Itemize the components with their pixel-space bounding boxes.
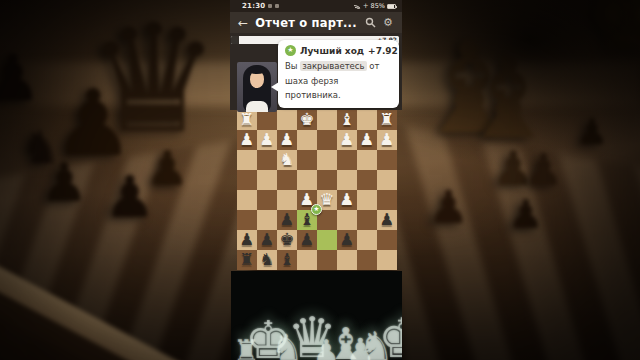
- white-pawn: ♟: [360, 132, 375, 149]
- white-queen: ♛: [320, 192, 335, 209]
- square-h4[interactable]: [237, 170, 257, 190]
- square-h1[interactable]: ♜: [237, 110, 257, 130]
- avatar-shirt: [246, 101, 268, 112]
- notification-icon: [275, 4, 279, 8]
- search-icon[interactable]: [364, 17, 376, 29]
- square-f4[interactable]: [277, 170, 297, 190]
- square-g8[interactable]: ♞: [257, 250, 277, 270]
- square-g3[interactable]: [257, 150, 277, 170]
- square-c4[interactable]: [337, 170, 357, 190]
- square-a1[interactable]: ♜: [377, 110, 397, 130]
- tooltip-text: Вы закрываетесь от шаха ферзя противника…: [285, 59, 392, 103]
- tooltip-text-pre: Вы: [285, 61, 298, 71]
- square-f3[interactable]: ♞: [277, 150, 297, 170]
- square-b4[interactable]: [357, 170, 377, 190]
- page-title: Отчет о парт...: [254, 16, 358, 30]
- square-b5[interactable]: [357, 190, 377, 210]
- square-h2[interactable]: ♟: [237, 130, 257, 150]
- silhouette-pawn-icon: ♟: [428, 184, 469, 230]
- square-b1[interactable]: [357, 110, 377, 130]
- square-g6[interactable]: [257, 210, 277, 230]
- tooltip-text-line3: противника.: [285, 90, 341, 100]
- silhouette-pawn-icon: ♟: [146, 144, 189, 192]
- square-d1[interactable]: [317, 110, 337, 130]
- square-b6[interactable]: [357, 210, 377, 230]
- black-bishop: ♝: [300, 212, 315, 229]
- square-c3[interactable]: [337, 150, 357, 170]
- black-pawn: ♟: [260, 232, 275, 249]
- wifi-icon: [354, 3, 361, 9]
- square-d4[interactable]: [317, 170, 337, 190]
- black-pawn: ♟: [340, 232, 355, 249]
- silhouette-bishop-icon: ♝: [458, 42, 558, 154]
- best-move-star-icon: ★: [285, 45, 296, 56]
- square-h5[interactable]: [237, 190, 257, 210]
- square-e7[interactable]: ♟: [297, 230, 317, 250]
- silhouette-knight-icon: ♞: [20, 124, 61, 170]
- square-g5[interactable]: [257, 190, 277, 210]
- black-king: ♚: [280, 232, 295, 249]
- back-button[interactable]: ←: [238, 17, 248, 29]
- square-h3[interactable]: [237, 150, 257, 170]
- square-d3[interactable]: [317, 150, 337, 170]
- settings-gear-icon[interactable]: ⚙: [382, 17, 394, 29]
- black-pawn: ♟: [280, 212, 295, 229]
- white-pawn: ♟: [380, 132, 395, 149]
- battery-percent-text: 85%: [371, 2, 385, 10]
- white-pawn: ♟: [340, 132, 355, 149]
- silhouette-queen-icon: ♛: [86, 4, 220, 154]
- square-d7[interactable]: [317, 230, 337, 250]
- square-a7[interactable]: [377, 230, 397, 250]
- square-h8[interactable]: ♜: [237, 250, 257, 270]
- best-move-eval: +7.92: [368, 46, 398, 56]
- white-pawn: ♟: [240, 132, 255, 149]
- phone-screenshot: 21:30 + 85% ← Отчет о парт... ⚙ +7.92: [230, 0, 402, 360]
- square-d2[interactable]: [317, 130, 337, 150]
- white-king: ♚: [300, 112, 315, 129]
- black-pawn: ♟: [380, 212, 395, 229]
- silhouette-pawn-icon: ♟: [492, 144, 535, 192]
- video-preview[interactable]: ♜♚♞♛♟♝♟♞♚: [231, 271, 402, 360]
- square-b7[interactable]: [357, 230, 377, 250]
- silhouette-pawn-icon: ♟: [104, 168, 156, 226]
- square-f2[interactable]: ♟: [277, 130, 297, 150]
- tooltip-tail: [271, 82, 279, 92]
- square-b8[interactable]: [357, 250, 377, 270]
- chess-board: ♜♚♝♜♟♟♟♟♟♟♞♟♛♟♟♝♟♟♟♚♟♟♜♞♝★: [237, 110, 397, 270]
- tooltip-text-line2: шаха ферзя: [285, 76, 338, 86]
- square-a3[interactable]: [377, 150, 397, 170]
- white-pawn: ♟: [340, 192, 355, 209]
- plus-icon: +: [363, 2, 369, 10]
- square-c8[interactable]: [337, 250, 357, 270]
- silhouette-pawn-icon: ♟: [576, 114, 608, 150]
- best-move-square-star-icon: ★: [311, 204, 322, 215]
- square-e3[interactable]: [297, 150, 317, 170]
- square-a8[interactable]: [377, 250, 397, 270]
- square-c6[interactable]: [337, 210, 357, 230]
- black-bishop: ♝: [280, 252, 295, 269]
- status-bar: 21:30 + 85%: [230, 0, 402, 12]
- square-d8[interactable]: [317, 250, 337, 270]
- square-f1[interactable]: [277, 110, 297, 130]
- battery-icon: [387, 4, 396, 9]
- silhouette-pawn-icon: ♟: [508, 194, 544, 234]
- clock-text: 21:30: [242, 2, 265, 10]
- square-b2[interactable]: ♟: [357, 130, 377, 150]
- square-c1[interactable]: ♝: [337, 110, 357, 130]
- square-a4[interactable]: [377, 170, 397, 190]
- square-a6[interactable]: ♟: [377, 210, 397, 230]
- square-e2[interactable]: [297, 130, 317, 150]
- white-knight: ♞: [280, 152, 295, 169]
- silhouette-pawn-icon: ♟: [524, 148, 563, 192]
- square-e4[interactable]: [297, 170, 317, 190]
- backdrop-board-right: [379, 122, 640, 360]
- square-c7[interactable]: ♟: [337, 230, 357, 250]
- silhouette-pawn-icon: ♟: [40, 156, 88, 210]
- square-a5[interactable]: [377, 190, 397, 210]
- square-h7[interactable]: ♟: [237, 230, 257, 250]
- black-rook: ♜: [240, 252, 255, 269]
- best-move-label: Лучший ход: [300, 46, 364, 56]
- white-pawn: ♟: [280, 132, 295, 149]
- square-h6[interactable]: [237, 210, 257, 230]
- silhouette-pawn-icon: ♟: [52, 78, 134, 170]
- analysis-panel: +7.92 ★ Лучший ход +7.92 Вы закрываетесь: [230, 33, 402, 110]
- black-pawn: ♟: [300, 232, 315, 249]
- evaluation-bar-black-segment: [231, 36, 239, 44]
- square-g1[interactable]: [257, 110, 277, 130]
- app-bar: ← Отчет о парт... ⚙: [230, 12, 402, 33]
- square-e8[interactable]: [297, 250, 317, 270]
- white-pawn: ♟: [260, 132, 275, 149]
- silhouette-pawn-icon: ♟: [0, 46, 41, 110]
- square-f5[interactable]: [277, 190, 297, 210]
- silhouette-bishop-icon: ♝: [412, 24, 527, 152]
- white-rook: ♜: [380, 112, 395, 129]
- black-pawn: ♟: [240, 232, 255, 249]
- square-a2[interactable]: ♟: [377, 130, 397, 150]
- square-e1[interactable]: ♚: [297, 110, 317, 130]
- square-f7[interactable]: ♚: [277, 230, 297, 250]
- notification-icon: [268, 4, 272, 8]
- square-f8[interactable]: ♝: [277, 250, 297, 270]
- square-g7[interactable]: ♟: [257, 230, 277, 250]
- glass-king-icon: ♚: [378, 312, 402, 360]
- silhouette-king-icon: ♚: [586, 0, 640, 64]
- tooltip-text-line1-end: от: [369, 61, 379, 71]
- square-g4[interactable]: [257, 170, 277, 190]
- avatar-fringe: [248, 67, 266, 74]
- square-f6[interactable]: ♟: [277, 210, 297, 230]
- white-rook: ♜: [240, 112, 255, 129]
- best-move-tooltip: ★ Лучший ход +7.92 Вы закрываетесь от ша…: [278, 40, 399, 108]
- tooltip-highlighted-word: закрываетесь: [300, 61, 366, 71]
- square-c5[interactable]: ♟: [337, 190, 357, 210]
- square-b3[interactable]: [357, 150, 377, 170]
- black-knight: ♞: [260, 252, 275, 269]
- square-g2[interactable]: ♟: [257, 130, 277, 150]
- white-bishop: ♝: [340, 112, 355, 129]
- screenshot-stage: ♟♛♟♞♟♟♟♚♝♝♟♟♟♟♟ 21:30 + 85% ← Отчет о па…: [0, 0, 640, 360]
- square-c2[interactable]: ♟: [337, 130, 357, 150]
